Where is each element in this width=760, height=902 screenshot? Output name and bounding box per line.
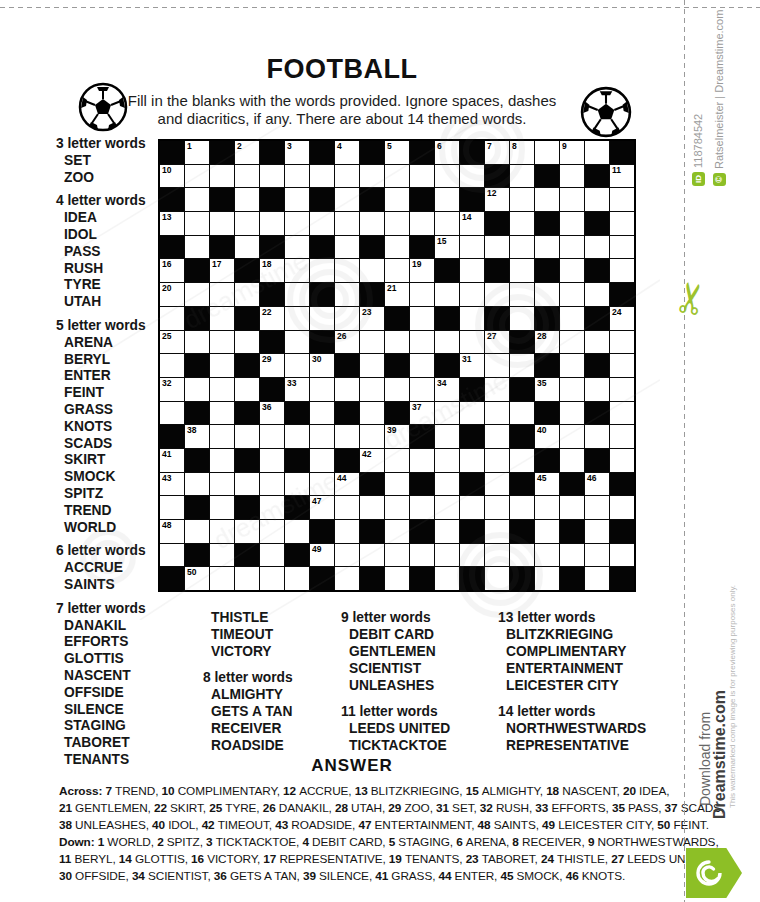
white-cell[interactable] <box>585 544 609 567</box>
white-cell[interactable] <box>535 544 559 567</box>
white-cell[interactable]: 33 <box>285 378 309 401</box>
white-cell[interactable] <box>610 378 634 401</box>
white-cell[interactable] <box>610 402 634 425</box>
white-cell[interactable]: 36 <box>260 402 284 425</box>
white-cell[interactable] <box>410 544 434 567</box>
white-cell[interactable] <box>560 307 584 330</box>
white-cell[interactable] <box>510 259 534 282</box>
white-cell[interactable] <box>335 378 359 401</box>
white-cell[interactable] <box>335 496 359 519</box>
white-cell[interactable] <box>360 425 384 448</box>
white-cell[interactable] <box>360 544 384 567</box>
white-cell[interactable] <box>385 188 409 211</box>
clue-number: 20 <box>162 283 171 293</box>
white-cell[interactable] <box>485 283 509 306</box>
white-cell[interactable] <box>435 402 459 425</box>
black-cell <box>485 307 509 330</box>
white-cell[interactable] <box>285 520 309 543</box>
white-cell[interactable] <box>585 567 609 590</box>
black-cell <box>460 141 484 164</box>
white-cell[interactable] <box>485 378 509 401</box>
clue-number: 37 <box>412 402 421 412</box>
white-cell[interactable]: 43 <box>160 473 184 496</box>
answer-clue-number: 14 <box>119 852 135 866</box>
white-cell[interactable]: 37 <box>410 402 434 425</box>
white-cell[interactable]: 1 <box>185 141 209 164</box>
white-cell[interactable] <box>510 165 534 188</box>
white-cell[interactable] <box>385 212 409 235</box>
white-cell[interactable] <box>210 425 234 448</box>
answer-word: SCIENTIST, <box>148 869 214 883</box>
answer-word: NORTHWESTWARDS, <box>598 835 719 849</box>
white-cell[interactable] <box>385 236 409 259</box>
white-cell[interactable] <box>435 212 459 235</box>
white-cell[interactable] <box>435 165 459 188</box>
white-cell[interactable] <box>510 307 534 330</box>
white-cell[interactable] <box>510 283 534 306</box>
white-cell[interactable] <box>610 354 634 377</box>
white-cell[interactable]: 11 <box>610 165 634 188</box>
white-cell[interactable] <box>235 378 259 401</box>
white-cell[interactable] <box>560 331 584 354</box>
white-cell[interactable] <box>235 188 259 211</box>
white-cell[interactable] <box>310 307 334 330</box>
white-cell[interactable] <box>410 331 434 354</box>
word-item: TREND <box>56 503 164 520</box>
white-cell[interactable] <box>285 425 309 448</box>
white-cell[interactable] <box>210 496 234 519</box>
white-cell[interactable] <box>210 354 234 377</box>
word-item: SPITZ <box>56 486 164 503</box>
white-cell[interactable] <box>510 188 534 211</box>
white-cell[interactable] <box>560 188 584 211</box>
clue-number: 46 <box>587 473 596 483</box>
white-cell[interactable] <box>510 496 534 519</box>
word-item: DEBIT CARD <box>341 626 491 643</box>
white-cell[interactable] <box>460 165 484 188</box>
white-cell[interactable] <box>585 188 609 211</box>
white-cell[interactable] <box>585 496 609 519</box>
white-cell[interactable] <box>160 307 184 330</box>
white-cell[interactable] <box>360 259 384 282</box>
white-cell[interactable] <box>485 567 509 590</box>
white-cell[interactable] <box>535 520 559 543</box>
white-cell[interactable] <box>185 188 209 211</box>
white-cell[interactable]: 2 <box>235 141 259 164</box>
white-cell[interactable] <box>560 283 584 306</box>
white-cell[interactable]: 21 <box>385 283 409 306</box>
clue-number: 17 <box>212 259 221 269</box>
white-cell[interactable] <box>385 473 409 496</box>
white-cell[interactable] <box>210 402 234 425</box>
white-cell[interactable] <box>585 378 609 401</box>
white-cell[interactable] <box>385 520 409 543</box>
black-cell <box>210 141 234 164</box>
white-cell[interactable] <box>285 354 309 377</box>
clue-number: 14 <box>462 212 471 222</box>
white-cell[interactable] <box>610 544 634 567</box>
white-cell[interactable] <box>585 236 609 259</box>
white-cell[interactable]: 29 <box>260 354 284 377</box>
white-cell[interactable] <box>285 259 309 282</box>
white-cell[interactable] <box>560 449 584 472</box>
answer-direction-label: Down: <box>59 835 98 849</box>
white-cell[interactable] <box>610 259 634 282</box>
white-cell[interactable] <box>385 331 409 354</box>
white-cell[interactable]: 17 <box>210 259 234 282</box>
white-cell[interactable] <box>435 283 459 306</box>
white-cell[interactable] <box>310 259 334 282</box>
white-cell[interactable] <box>235 520 259 543</box>
white-cell[interactable] <box>335 259 359 282</box>
answer-clue-number: 10 <box>162 784 178 798</box>
white-cell[interactable] <box>360 354 384 377</box>
white-cell[interactable] <box>485 449 509 472</box>
white-cell[interactable] <box>485 544 509 567</box>
white-cell[interactable] <box>335 165 359 188</box>
white-cell[interactable] <box>360 496 384 519</box>
white-cell[interactable]: 42 <box>360 449 384 472</box>
white-cell[interactable] <box>185 165 209 188</box>
white-cell[interactable] <box>235 567 259 590</box>
white-cell[interactable] <box>435 188 459 211</box>
white-cell[interactable] <box>560 402 584 425</box>
answer-word: BLITZKRIEGING, <box>371 784 466 798</box>
white-cell[interactable] <box>285 236 309 259</box>
white-cell[interactable] <box>535 496 559 519</box>
white-cell[interactable] <box>335 236 359 259</box>
white-cell[interactable] <box>285 331 309 354</box>
white-cell[interactable] <box>185 212 209 235</box>
white-cell[interactable] <box>410 307 434 330</box>
white-cell[interactable] <box>260 520 284 543</box>
white-cell[interactable] <box>160 496 184 519</box>
white-cell[interactable] <box>485 496 509 519</box>
white-cell[interactable]: 35 <box>535 378 559 401</box>
white-cell[interactable]: 41 <box>160 449 184 472</box>
white-cell[interactable] <box>260 496 284 519</box>
white-cell[interactable]: 3 <box>285 141 309 164</box>
white-cell[interactable]: 9 <box>560 141 584 164</box>
answer-clue-number: 50 <box>657 818 673 832</box>
white-cell[interactable] <box>485 473 509 496</box>
white-cell[interactable] <box>185 331 209 354</box>
white-cell[interactable] <box>610 496 634 519</box>
white-cell[interactable] <box>285 307 309 330</box>
word-item: SCADS <box>56 436 164 453</box>
white-cell[interactable] <box>435 567 459 590</box>
white-cell[interactable] <box>535 141 559 164</box>
white-cell[interactable]: 4 <box>335 141 359 164</box>
answer-clue-number: 26 <box>263 801 279 815</box>
white-cell[interactable] <box>210 449 234 472</box>
black-cell <box>310 188 334 211</box>
white-cell[interactable] <box>235 283 259 306</box>
white-cell[interactable] <box>610 449 634 472</box>
white-cell[interactable] <box>235 212 259 235</box>
white-cell[interactable] <box>435 331 459 354</box>
white-cell[interactable]: 6 <box>435 141 459 164</box>
white-cell[interactable] <box>560 165 584 188</box>
white-cell[interactable]: 50 <box>185 567 209 590</box>
white-cell[interactable] <box>235 165 259 188</box>
white-cell[interactable] <box>185 520 209 543</box>
white-cell[interactable] <box>510 449 534 472</box>
white-cell[interactable] <box>285 165 309 188</box>
white-cell[interactable]: 18 <box>260 259 284 282</box>
white-cell[interactable]: 16 <box>160 259 184 282</box>
white-cell[interactable] <box>460 496 484 519</box>
white-cell[interactable] <box>610 212 634 235</box>
white-cell[interactable] <box>360 402 384 425</box>
white-cell[interactable] <box>410 449 434 472</box>
white-cell[interactable] <box>485 425 509 448</box>
black-cell <box>585 402 609 425</box>
white-cell[interactable] <box>610 236 634 259</box>
white-cell[interactable] <box>385 449 409 472</box>
white-cell[interactable] <box>460 236 484 259</box>
white-cell[interactable]: 5 <box>385 141 409 164</box>
white-cell[interactable] <box>560 544 584 567</box>
white-cell[interactable] <box>385 378 409 401</box>
white-cell[interactable]: 38 <box>185 425 209 448</box>
white-cell[interactable] <box>535 567 559 590</box>
white-cell[interactable] <box>610 188 634 211</box>
black-cell <box>410 236 434 259</box>
white-cell[interactable] <box>310 378 334 401</box>
white-cell[interactable] <box>210 165 234 188</box>
white-cell[interactable] <box>410 283 434 306</box>
white-cell[interactable]: 39 <box>385 425 409 448</box>
white-cell[interactable]: 28 <box>535 331 559 354</box>
white-cell[interactable]: 48 <box>160 520 184 543</box>
white-cell[interactable] <box>560 496 584 519</box>
clue-number: 44 <box>337 473 346 483</box>
black-cell <box>160 425 184 448</box>
white-cell[interactable] <box>410 496 434 519</box>
white-cell[interactable] <box>235 331 259 354</box>
white-cell[interactable] <box>435 520 459 543</box>
white-cell[interactable]: 31 <box>460 354 484 377</box>
white-cell[interactable] <box>260 567 284 590</box>
white-cell[interactable] <box>335 425 359 448</box>
white-cell[interactable] <box>385 496 409 519</box>
white-cell[interactable] <box>460 307 484 330</box>
white-cell[interactable] <box>260 544 284 567</box>
white-cell[interactable] <box>510 354 534 377</box>
white-cell[interactable] <box>460 449 484 472</box>
white-cell[interactable] <box>460 331 484 354</box>
white-cell[interactable]: 47 <box>310 496 334 519</box>
white-cell[interactable]: 12 <box>485 188 509 211</box>
white-cell[interactable] <box>460 544 484 567</box>
white-cell[interactable] <box>335 544 359 567</box>
white-cell[interactable]: 23 <box>360 307 384 330</box>
white-cell[interactable] <box>285 188 309 211</box>
white-cell[interactable] <box>310 425 334 448</box>
black-cell <box>160 236 184 259</box>
white-cell[interactable] <box>435 473 459 496</box>
white-cell[interactable] <box>410 354 434 377</box>
white-cell[interactable]: 30 <box>310 354 334 377</box>
answer-line: 11 BERYL, 14 GLOTTIS, 16 VICTORY, 17 REP… <box>59 851 724 868</box>
black-cell <box>610 283 634 306</box>
white-cell[interactable] <box>585 283 609 306</box>
white-cell[interactable] <box>210 567 234 590</box>
white-cell[interactable] <box>310 449 334 472</box>
white-cell[interactable] <box>210 473 234 496</box>
white-cell[interactable]: 19 <box>410 259 434 282</box>
white-cell[interactable] <box>510 402 534 425</box>
answer-clue-number: 21 <box>59 801 75 815</box>
white-cell[interactable] <box>560 354 584 377</box>
white-cell[interactable] <box>560 378 584 401</box>
white-cell[interactable] <box>160 544 184 567</box>
white-cell[interactable]: 32 <box>160 378 184 401</box>
white-cell[interactable] <box>410 212 434 235</box>
white-cell[interactable] <box>285 473 309 496</box>
white-cell[interactable] <box>335 188 359 211</box>
white-cell[interactable] <box>535 188 559 211</box>
white-cell[interactable] <box>310 473 334 496</box>
white-cell[interactable] <box>510 212 534 235</box>
answer-clue-number: 25 <box>209 801 225 815</box>
white-cell[interactable] <box>560 236 584 259</box>
white-cell[interactable] <box>435 425 459 448</box>
white-cell[interactable] <box>385 567 409 590</box>
white-cell[interactable] <box>285 212 309 235</box>
white-cell[interactable]: 25 <box>160 331 184 354</box>
white-cell[interactable] <box>335 283 359 306</box>
word-item: SAINTS <box>56 577 164 594</box>
white-cell[interactable]: 45 <box>535 473 559 496</box>
white-cell[interactable] <box>485 520 509 543</box>
white-cell[interactable] <box>260 425 284 448</box>
white-cell[interactable] <box>485 236 509 259</box>
white-cell[interactable] <box>235 236 259 259</box>
white-cell[interactable] <box>485 402 509 425</box>
white-cell[interactable] <box>385 259 409 282</box>
white-cell[interactable] <box>285 283 309 306</box>
white-cell[interactable]: 22 <box>260 307 284 330</box>
white-cell[interactable] <box>185 236 209 259</box>
answer-word: GLOTTIS, <box>135 852 191 866</box>
word-item: BLITZKRIEGING <box>498 626 658 643</box>
white-cell[interactable] <box>360 165 384 188</box>
white-cell[interactable] <box>210 307 234 330</box>
white-cell[interactable] <box>435 496 459 519</box>
white-cell[interactable] <box>310 402 334 425</box>
white-cell[interactable]: 24 <box>610 307 634 330</box>
white-cell[interactable] <box>160 354 184 377</box>
white-cell[interactable]: 46 <box>585 473 609 496</box>
white-cell[interactable] <box>335 567 359 590</box>
white-cell[interactable] <box>335 520 359 543</box>
white-cell[interactable] <box>210 331 234 354</box>
white-cell[interactable] <box>185 283 209 306</box>
white-cell[interactable] <box>360 378 384 401</box>
white-cell[interactable] <box>585 331 609 354</box>
white-cell[interactable]: 27 <box>485 331 509 354</box>
white-cell[interactable] <box>360 212 384 235</box>
white-cell[interactable] <box>610 331 634 354</box>
white-cell[interactable] <box>585 520 609 543</box>
white-cell[interactable] <box>235 425 259 448</box>
white-cell[interactable] <box>260 473 284 496</box>
white-cell[interactable] <box>460 283 484 306</box>
black-cell <box>235 307 259 330</box>
black-cell <box>260 283 284 306</box>
white-cell[interactable] <box>385 165 409 188</box>
white-cell[interactable] <box>560 212 584 235</box>
white-cell[interactable] <box>260 449 284 472</box>
white-cell[interactable] <box>410 165 434 188</box>
white-cell[interactable] <box>510 544 534 567</box>
white-cell[interactable] <box>535 236 559 259</box>
white-cell[interactable] <box>385 544 409 567</box>
white-cell[interactable] <box>335 307 359 330</box>
white-cell[interactable] <box>335 212 359 235</box>
white-cell[interactable] <box>460 402 484 425</box>
white-cell[interactable]: 49 <box>310 544 334 567</box>
white-cell[interactable] <box>160 402 184 425</box>
white-cell[interactable]: 13 <box>160 212 184 235</box>
word-list-section: 14 letter wordsNORTHWESTWARDSREPRESENTAT… <box>498 703 658 754</box>
white-cell[interactable] <box>210 283 234 306</box>
white-cell[interactable] <box>210 212 234 235</box>
white-cell[interactable] <box>260 165 284 188</box>
white-cell[interactable]: 44 <box>335 473 359 496</box>
white-cell[interactable]: 7 <box>485 141 509 164</box>
black-cell <box>285 496 309 519</box>
white-cell[interactable] <box>260 212 284 235</box>
white-cell[interactable] <box>185 473 209 496</box>
white-cell[interactable] <box>535 283 559 306</box>
white-cell[interactable] <box>310 212 334 235</box>
black-cell <box>210 236 234 259</box>
white-cell[interactable]: 10 <box>160 165 184 188</box>
white-cell[interactable] <box>460 259 484 282</box>
white-cell[interactable]: 20 <box>160 283 184 306</box>
white-cell[interactable] <box>360 331 384 354</box>
white-cell[interactable]: 34 <box>435 378 459 401</box>
white-cell[interactable]: 26 <box>335 331 359 354</box>
white-cell[interactable] <box>510 236 534 259</box>
black-cell <box>535 165 559 188</box>
white-cell[interactable] <box>410 378 434 401</box>
white-cell[interactable] <box>560 259 584 282</box>
white-cell[interactable] <box>235 473 259 496</box>
white-cell[interactable] <box>560 425 584 448</box>
white-cell[interactable] <box>210 544 234 567</box>
white-cell[interactable] <box>435 544 459 567</box>
white-cell[interactable] <box>585 141 609 164</box>
white-cell[interactable]: 40 <box>535 425 559 448</box>
white-cell[interactable] <box>485 354 509 377</box>
white-cell[interactable] <box>210 520 234 543</box>
white-cell[interactable] <box>435 449 459 472</box>
white-cell[interactable]: 15 <box>435 236 459 259</box>
white-cell[interactable] <box>585 425 609 448</box>
white-cell[interactable] <box>185 378 209 401</box>
white-cell[interactable]: 8 <box>510 141 534 164</box>
white-cell[interactable]: 14 <box>460 212 484 235</box>
answer-word: SKIRT, <box>170 801 209 815</box>
white-cell[interactable] <box>210 378 234 401</box>
white-cell[interactable] <box>310 165 334 188</box>
white-cell[interactable] <box>285 567 309 590</box>
white-cell[interactable] <box>610 425 634 448</box>
